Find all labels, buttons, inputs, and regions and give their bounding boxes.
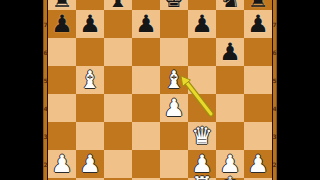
square-h6[interactable]: [244, 38, 272, 66]
square-g8[interactable]: ♞: [216, 0, 244, 10]
thumbnail-stage: ♜♝♚♞♜♟♟♟♟♟♟♝♝♟♛♟♟♟♟♟♜♚ 8877665544332211: [0, 0, 320, 180]
square-e2[interactable]: [160, 150, 188, 178]
square-h3[interactable]: [244, 122, 272, 150]
square-d2[interactable]: [132, 150, 160, 178]
square-e7[interactable]: [160, 10, 188, 38]
square-c4[interactable]: [104, 94, 132, 122]
piece-white-pawn: ♟: [247, 150, 269, 178]
piece-white-bishop: ♝: [163, 66, 185, 94]
square-c7[interactable]: [104, 10, 132, 38]
square-e8[interactable]: ♚: [160, 0, 188, 10]
square-e6[interactable]: [160, 38, 188, 66]
square-f6[interactable]: [188, 38, 216, 66]
piece-white-queen: ♛: [191, 122, 213, 150]
piece-black-pawn: ♟: [79, 10, 101, 38]
rank-label-2-left: 2: [43, 161, 49, 168]
rank-label-7-left: 7: [43, 21, 49, 28]
square-c6[interactable]: [104, 38, 132, 66]
square-h8[interactable]: ♜: [244, 0, 272, 10]
square-a7[interactable]: ♟: [48, 10, 76, 38]
square-b7[interactable]: ♟: [76, 10, 104, 38]
piece-white-pawn: ♟: [51, 150, 73, 178]
rank-label-5-right: 5: [272, 77, 278, 84]
square-d8[interactable]: [132, 0, 160, 10]
square-a3[interactable]: [48, 122, 76, 150]
rank-label-4-right: 4: [272, 105, 278, 112]
rank-label-2-right: 2: [272, 161, 278, 168]
square-c8[interactable]: ♝: [104, 0, 132, 10]
square-h5[interactable]: [244, 66, 272, 94]
square-f5[interactable]: [188, 66, 216, 94]
square-g4[interactable]: [216, 94, 244, 122]
square-a2[interactable]: ♟: [48, 150, 76, 178]
square-h1[interactable]: [244, 178, 272, 180]
square-b1[interactable]: [76, 178, 104, 180]
square-d3[interactable]: [132, 122, 160, 150]
square-b6[interactable]: [76, 38, 104, 66]
rank-label-6-left: 6: [43, 49, 49, 56]
square-a4[interactable]: [48, 94, 76, 122]
rank-label-3-right: 3: [272, 133, 278, 140]
chess-board: ♜♝♚♞♜♟♟♟♟♟♟♝♝♟♛♟♟♟♟♟♜♚: [47, 0, 273, 180]
piece-black-pawn: ♟: [191, 10, 213, 38]
rank-label-7-right: 7: [272, 21, 278, 28]
rank-label-3-left: 3: [43, 133, 49, 140]
square-a5[interactable]: [48, 66, 76, 94]
square-f7[interactable]: ♟: [188, 10, 216, 38]
rank-label-4-left: 4: [43, 105, 49, 112]
piece-black-pawn: ♟: [135, 10, 157, 38]
square-b5[interactable]: ♝: [76, 66, 104, 94]
square-f4[interactable]: [188, 94, 216, 122]
square-a1[interactable]: [48, 178, 76, 180]
square-b2[interactable]: ♟: [76, 150, 104, 178]
square-g5[interactable]: [216, 66, 244, 94]
square-a6[interactable]: [48, 38, 76, 66]
square-c3[interactable]: [104, 122, 132, 150]
square-f3[interactable]: ♛: [188, 122, 216, 150]
piece-white-pawn: ♟: [163, 94, 185, 122]
square-h7[interactable]: ♟: [244, 10, 272, 38]
square-a8[interactable]: ♜: [48, 0, 76, 10]
square-g7[interactable]: [216, 10, 244, 38]
square-b8[interactable]: [76, 0, 104, 10]
piece-black-pawn: ♟: [219, 38, 241, 66]
square-b4[interactable]: [76, 94, 104, 122]
square-c2[interactable]: [104, 150, 132, 178]
piece-white-pawn: ♟: [79, 150, 101, 178]
rank-label-5-left: 5: [43, 77, 49, 84]
square-e1[interactable]: [160, 178, 188, 180]
square-f8[interactable]: [188, 0, 216, 10]
square-c1[interactable]: [104, 178, 132, 180]
square-d6[interactable]: [132, 38, 160, 66]
square-h4[interactable]: [244, 94, 272, 122]
square-e4[interactable]: ♟: [160, 94, 188, 122]
square-d4[interactable]: [132, 94, 160, 122]
square-d1[interactable]: [132, 178, 160, 180]
piece-black-pawn: ♟: [51, 10, 73, 38]
board-frame: ♜♝♚♞♜♟♟♟♟♟♟♝♝♟♛♟♟♟♟♟♜♚: [43, 0, 277, 180]
square-f1[interactable]: ♜: [188, 178, 216, 180]
piece-white-bishop: ♝: [79, 66, 101, 94]
rank-label-6-right: 6: [272, 49, 278, 56]
piece-black-pawn: ♟: [247, 10, 269, 38]
square-e5[interactable]: ♝: [160, 66, 188, 94]
square-b3[interactable]: [76, 122, 104, 150]
square-d5[interactable]: [132, 66, 160, 94]
piece-white-rook: ♜: [191, 172, 213, 180]
piece-white-king: ♚: [219, 172, 241, 180]
square-g6[interactable]: ♟: [216, 38, 244, 66]
square-h2[interactable]: ♟: [244, 150, 272, 178]
square-g3[interactable]: [216, 122, 244, 150]
square-c5[interactable]: [104, 66, 132, 94]
square-e3[interactable]: [160, 122, 188, 150]
square-g1[interactable]: ♚: [216, 178, 244, 180]
square-d7[interactable]: ♟: [132, 10, 160, 38]
